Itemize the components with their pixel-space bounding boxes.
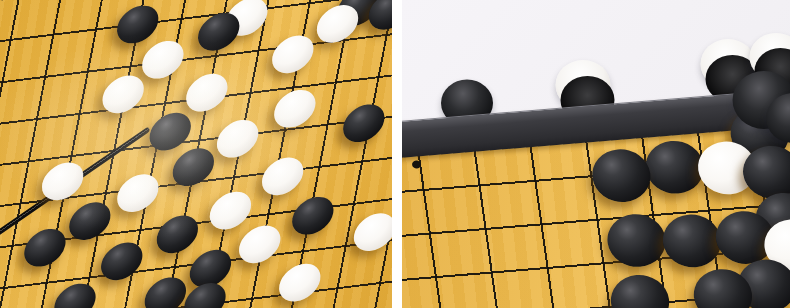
white-stone (139, 38, 187, 80)
black-stone (604, 212, 669, 269)
black-stone (340, 102, 388, 144)
stones-layer-left (0, 0, 392, 4)
white-stone (351, 211, 392, 253)
white-stone (38, 160, 86, 202)
right-photo-panel (402, 0, 790, 308)
black-stone (114, 3, 162, 45)
white-stone (99, 73, 147, 115)
black-stone (66, 200, 114, 242)
white-stone (214, 118, 262, 160)
left-photo-panel (0, 0, 392, 308)
black-stone (607, 272, 672, 308)
white-stone (276, 261, 324, 303)
white-stone (236, 223, 284, 265)
black-stone (146, 110, 194, 152)
white-stone (183, 71, 231, 113)
white-stone (206, 190, 254, 232)
black-stone (659, 212, 724, 269)
product-photo-collage (0, 0, 790, 308)
black-stone (21, 226, 69, 268)
star-point (412, 160, 422, 169)
black-stone (181, 281, 229, 308)
black-stone (589, 147, 654, 204)
black-stone (98, 240, 146, 282)
white-stone (259, 155, 307, 197)
black-stone (153, 213, 201, 255)
black-stone (51, 281, 99, 308)
go-board-left (0, 0, 392, 308)
white-stone-on-table (556, 60, 611, 110)
white-stone (314, 3, 362, 45)
black-stone (169, 146, 217, 188)
white-stone (271, 88, 319, 130)
black-stone (289, 195, 337, 237)
black-stone (194, 11, 242, 53)
white-stone (114, 172, 162, 214)
black-stone (141, 275, 189, 308)
go-board-right (402, 112, 790, 308)
white-stone (269, 33, 317, 75)
